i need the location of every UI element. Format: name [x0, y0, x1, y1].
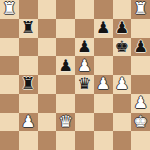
white-rook-h8: ♜: [133, 1, 147, 17]
square-h1[interactable]: [131, 131, 150, 150]
square-b6[interactable]: [19, 38, 38, 57]
square-h6[interactable]: ♟: [131, 38, 150, 57]
square-b2[interactable]: ♟: [19, 113, 38, 132]
square-h4[interactable]: [131, 75, 150, 94]
square-e4[interactable]: ♛: [75, 75, 94, 94]
square-f3[interactable]: [94, 94, 113, 113]
square-c2[interactable]: [38, 113, 57, 132]
square-d7[interactable]: [56, 19, 75, 38]
white-pawn-h3: ♟: [133, 95, 147, 111]
square-d3[interactable]: [56, 94, 75, 113]
square-g4[interactable]: ♟: [113, 75, 132, 94]
square-g7[interactable]: ♟: [113, 19, 132, 38]
black-pawn-f7: ♟: [96, 20, 110, 36]
square-g1[interactable]: [113, 131, 132, 150]
square-d1[interactable]: [56, 131, 75, 150]
white-pawn-e5: ♟: [77, 58, 91, 74]
square-d8[interactable]: [56, 0, 75, 19]
black-queen-e4: ♛: [77, 76, 91, 92]
square-f2[interactable]: [94, 113, 113, 132]
square-a3[interactable]: [0, 94, 19, 113]
square-h8[interactable]: ♜: [131, 0, 150, 19]
square-f8[interactable]: [94, 0, 113, 19]
square-f6[interactable]: [94, 38, 113, 57]
square-e8[interactable]: [75, 0, 94, 19]
square-d2[interactable]: ♛: [56, 113, 75, 132]
square-a4[interactable]: [0, 75, 19, 94]
chess-board: ♜♜♜♟♟♟♚♟♟♟♜♛♟♟♟♟♛♚: [0, 0, 150, 150]
square-e5[interactable]: ♟: [75, 56, 94, 75]
square-h3[interactable]: ♟: [131, 94, 150, 113]
square-f7[interactable]: ♟: [94, 19, 113, 38]
square-f4[interactable]: ♟: [94, 75, 113, 94]
black-rook-b7: ♜: [21, 20, 35, 36]
square-g6[interactable]: ♚: [113, 38, 132, 57]
square-c6[interactable]: [38, 38, 57, 57]
black-king-g6: ♚: [115, 39, 129, 55]
black-pawn-e6: ♟: [77, 39, 91, 55]
white-king-h2: ♚: [133, 114, 147, 130]
square-a1[interactable]: [0, 131, 19, 150]
white-pawn-b2: ♟: [21, 114, 35, 130]
black-pawn-h6: ♟: [133, 39, 147, 55]
square-c4[interactable]: [38, 75, 57, 94]
square-g2[interactable]: [113, 113, 132, 132]
square-b1[interactable]: [19, 131, 38, 150]
square-h5[interactable]: [131, 56, 150, 75]
square-a6[interactable]: [0, 38, 19, 57]
white-pawn-f4: ♟: [96, 76, 110, 92]
square-a2[interactable]: [0, 113, 19, 132]
square-a8[interactable]: ♜: [0, 0, 19, 19]
white-queen-d2: ♛: [58, 114, 72, 130]
square-d6[interactable]: [56, 38, 75, 57]
square-e6[interactable]: ♟: [75, 38, 94, 57]
square-b3[interactable]: [19, 94, 38, 113]
black-pawn-d5: ♟: [58, 58, 72, 74]
white-rook-a8: ♜: [2, 1, 16, 17]
square-g3[interactable]: [113, 94, 132, 113]
square-c5[interactable]: [38, 56, 57, 75]
square-b4[interactable]: ♜: [19, 75, 38, 94]
square-e1[interactable]: [75, 131, 94, 150]
square-h2[interactable]: ♚: [131, 113, 150, 132]
square-c1[interactable]: [38, 131, 57, 150]
square-b7[interactable]: ♜: [19, 19, 38, 38]
square-g8[interactable]: [113, 0, 132, 19]
square-g5[interactable]: [113, 56, 132, 75]
square-b5[interactable]: [19, 56, 38, 75]
white-pawn-g4: ♟: [115, 76, 129, 92]
square-d4[interactable]: [56, 75, 75, 94]
square-h7[interactable]: [131, 19, 150, 38]
square-a5[interactable]: [0, 56, 19, 75]
square-f1[interactable]: [94, 131, 113, 150]
square-f5[interactable]: [94, 56, 113, 75]
square-a7[interactable]: [0, 19, 19, 38]
black-rook-b4: ♜: [21, 76, 35, 92]
square-c3[interactable]: [38, 94, 57, 113]
square-d5[interactable]: ♟: [56, 56, 75, 75]
square-e3[interactable]: [75, 94, 94, 113]
square-e7[interactable]: [75, 19, 94, 38]
square-c7[interactable]: [38, 19, 57, 38]
black-pawn-g7: ♟: [115, 20, 129, 36]
square-c8[interactable]: [38, 0, 57, 19]
square-e2[interactable]: [75, 113, 94, 132]
square-b8[interactable]: [19, 0, 38, 19]
